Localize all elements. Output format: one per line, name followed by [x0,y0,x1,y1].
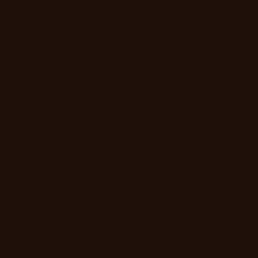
chess-board-frame [0,0,258,258]
chess-board [1,1,257,257]
